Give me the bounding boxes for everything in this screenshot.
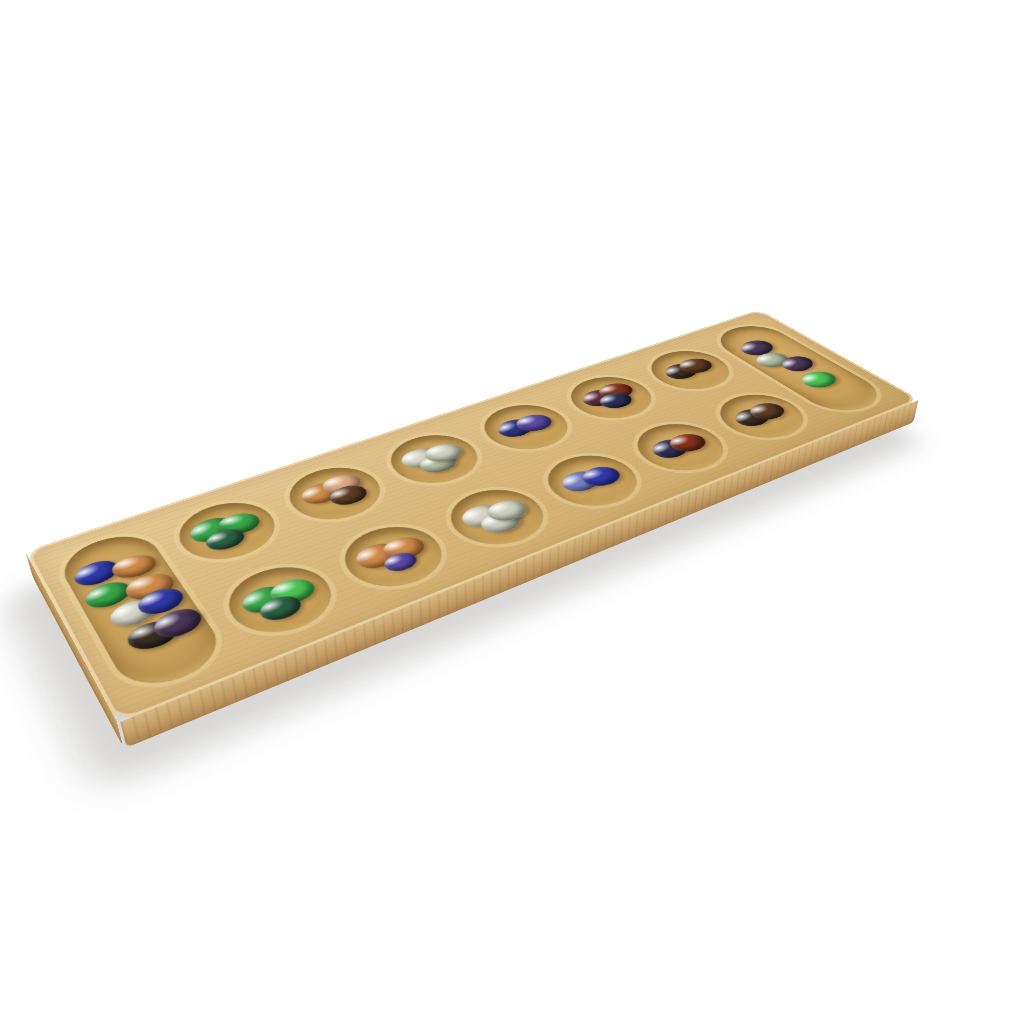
stone-amber: [109, 551, 158, 581]
stone-clear: [482, 497, 532, 524]
stone-cobalt: [68, 556, 124, 590]
pit-far-4[interactable]: [469, 397, 584, 458]
pit-far-5[interactable]: [555, 370, 667, 426]
stone-silver: [104, 594, 161, 631]
stone-darkteal: [255, 592, 307, 625]
stone-amber: [295, 479, 346, 508]
stone-amber: [122, 569, 178, 604]
stone-cobalt: [576, 463, 626, 489]
pit-far-1[interactable]: [166, 493, 290, 570]
store-right: [706, 320, 892, 418]
stone-violet: [379, 549, 421, 574]
stone-brightgreen: [266, 575, 318, 607]
pit-near-4[interactable]: [531, 447, 654, 516]
mancala-board: [25, 310, 920, 723]
stone-paleamber: [318, 471, 366, 497]
stone-steelblue: [555, 467, 605, 495]
stone-darkpurple: [147, 603, 209, 643]
stone-brightgreen: [795, 368, 842, 390]
stone-amber: [349, 539, 406, 574]
pit-near-3[interactable]: [434, 480, 561, 555]
pit-near-2[interactable]: [328, 516, 459, 598]
stone-cobalt: [133, 584, 189, 619]
stone-clear: [421, 441, 467, 465]
stone-silver: [455, 501, 507, 531]
stone-green: [216, 510, 262, 537]
stone-darkbrown: [324, 482, 372, 509]
stone-clear: [475, 507, 527, 537]
stone-green: [235, 582, 293, 618]
board-front-edge: [120, 400, 918, 748]
stone-green: [183, 513, 240, 546]
pit-far-2[interactable]: [275, 458, 396, 529]
stone-amber: [378, 534, 430, 564]
pit-near-1[interactable]: [213, 556, 347, 645]
pit-far-3[interactable]: [376, 427, 494, 493]
stone-green: [80, 577, 137, 613]
stone-darkteal: [201, 525, 249, 554]
pit-near-5[interactable]: [620, 416, 740, 480]
stone-black: [123, 616, 181, 654]
board-3d-wrapper: [32, 330, 915, 749]
